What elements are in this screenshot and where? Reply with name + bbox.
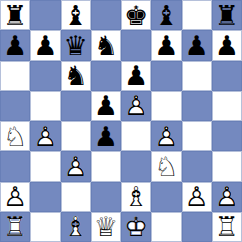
- square-g5[interactable]: [182, 91, 212, 121]
- piece-black-knight: ♞: [61, 61, 91, 91]
- square-b4[interactable]: ♟♙: [30, 121, 60, 151]
- square-c3[interactable]: ♟♙: [61, 151, 91, 181]
- square-h7[interactable]: ♟: [212, 30, 242, 60]
- black-pawn-glyph: ♟: [121, 61, 151, 91]
- square-c7[interactable]: ♛: [61, 30, 91, 60]
- square-c1[interactable]: ♝♗: [61, 212, 91, 242]
- white-rook-outline-glyph: ♖: [0, 212, 30, 242]
- square-a1[interactable]: ♜♖: [0, 212, 30, 242]
- piece-black-king: ♚: [121, 0, 151, 30]
- square-b3[interactable]: [30, 151, 60, 181]
- piece-black-pawn: ♟: [91, 91, 121, 121]
- square-f7[interactable]: ♟: [151, 30, 181, 60]
- square-d5[interactable]: ♟: [91, 91, 121, 121]
- piece-white-knight: ♞♘: [151, 151, 181, 181]
- square-f6[interactable]: [151, 61, 181, 91]
- square-a6[interactable]: [0, 61, 30, 91]
- white-pawn-outline-glyph: ♙: [61, 151, 91, 181]
- black-knight-glyph: ♞: [61, 61, 91, 91]
- black-queen-glyph: ♛: [61, 30, 91, 60]
- piece-white-knight: ♞♘: [0, 121, 30, 151]
- piece-white-bishop: ♝♗: [61, 212, 91, 242]
- piece-white-pawn: ♟♙: [30, 121, 60, 151]
- square-f5[interactable]: [151, 91, 181, 121]
- square-b8[interactable]: [30, 0, 60, 30]
- square-a8[interactable]: ♜: [0, 0, 30, 30]
- square-e4[interactable]: [121, 121, 151, 151]
- piece-black-pawn: ♟: [91, 121, 121, 151]
- piece-white-pawn: ♟♙: [182, 182, 212, 212]
- square-d7[interactable]: ♞: [91, 30, 121, 60]
- piece-white-rook: ♜♖: [0, 212, 30, 242]
- piece-black-pawn: ♟: [30, 30, 60, 60]
- piece-black-rook: ♜: [212, 0, 242, 30]
- piece-white-pawn: ♟♙: [0, 182, 30, 212]
- piece-white-pawn: ♟♙: [121, 91, 151, 121]
- square-a7[interactable]: ♟: [0, 30, 30, 60]
- square-h5[interactable]: [212, 91, 242, 121]
- piece-white-pawn: ♟♙: [151, 121, 181, 151]
- white-bishop-outline-glyph: ♗: [61, 212, 91, 242]
- square-c5[interactable]: [61, 91, 91, 121]
- square-e6[interactable]: ♟: [121, 61, 151, 91]
- square-d1[interactable]: ♛♕: [91, 212, 121, 242]
- square-h8[interactable]: ♜: [212, 0, 242, 30]
- square-d4[interactable]: ♟: [91, 121, 121, 151]
- square-g2[interactable]: ♟♙: [182, 182, 212, 212]
- square-g3[interactable]: [182, 151, 212, 181]
- black-pawn-glyph: ♟: [30, 30, 60, 60]
- white-rook-outline-glyph: ♖: [212, 212, 242, 242]
- piece-black-pawn: ♟: [182, 30, 212, 60]
- square-d6[interactable]: [91, 61, 121, 91]
- square-d3[interactable]: [91, 151, 121, 181]
- square-a3[interactable]: [0, 151, 30, 181]
- square-b1[interactable]: [30, 212, 60, 242]
- piece-white-bishop: ♝♗: [121, 182, 151, 212]
- square-d8[interactable]: [91, 0, 121, 30]
- white-queen-outline-glyph: ♕: [91, 212, 121, 242]
- square-e8[interactable]: ♚: [121, 0, 151, 30]
- square-f2[interactable]: [151, 182, 181, 212]
- black-pawn-glyph: ♟: [182, 30, 212, 60]
- white-bishop-outline-glyph: ♗: [121, 182, 151, 212]
- square-f3[interactable]: ♞♘: [151, 151, 181, 181]
- piece-white-pawn: ♟♙: [61, 151, 91, 181]
- black-rook-glyph: ♜: [0, 0, 30, 30]
- piece-black-pawn: ♟: [212, 30, 242, 60]
- square-h3[interactable]: [212, 151, 242, 181]
- piece-black-pawn: ♟: [151, 30, 181, 60]
- square-e1[interactable]: ♚♔: [121, 212, 151, 242]
- white-pawn-outline-glyph: ♙: [182, 182, 212, 212]
- square-e7[interactable]: [121, 30, 151, 60]
- square-c6[interactable]: ♞: [61, 61, 91, 91]
- square-g4[interactable]: [182, 121, 212, 151]
- square-f1[interactable]: [151, 212, 181, 242]
- square-b2[interactable]: [30, 182, 60, 212]
- black-pawn-glyph: ♟: [91, 91, 121, 121]
- piece-black-queen: ♛: [61, 30, 91, 60]
- piece-black-bishop: ♝: [151, 0, 181, 30]
- white-pawn-outline-glyph: ♙: [121, 91, 151, 121]
- piece-white-queen: ♛♕: [91, 212, 121, 242]
- square-g1[interactable]: [182, 212, 212, 242]
- chess-board-window: ♜♝♚♝♜♟♟♛♞♟♟♟♞♟♟♟♙♞♘♟♙♟♟♙♟♙♞♘♟♙♝♗♟♙♟♙♜♖♝♗…: [0, 0, 242, 242]
- square-h2[interactable]: ♟♙: [212, 182, 242, 212]
- square-g7[interactable]: ♟: [182, 30, 212, 60]
- black-pawn-glyph: ♟: [212, 30, 242, 60]
- white-king-outline-glyph: ♔: [121, 212, 151, 242]
- square-b5[interactable]: [30, 91, 60, 121]
- piece-black-pawn: ♟: [0, 30, 30, 60]
- square-a4[interactable]: ♞♘: [0, 121, 30, 151]
- piece-black-rook: ♜: [0, 0, 30, 30]
- square-c4[interactable]: [61, 121, 91, 151]
- piece-white-king: ♚♔: [121, 212, 151, 242]
- square-b7[interactable]: ♟: [30, 30, 60, 60]
- piece-white-rook: ♜♖: [212, 212, 242, 242]
- piece-black-knight: ♞: [91, 30, 121, 60]
- chess-board: ♜♝♚♝♜♟♟♛♞♟♟♟♞♟♟♟♙♞♘♟♙♟♟♙♟♙♞♘♟♙♝♗♟♙♟♙♜♖♝♗…: [0, 0, 242, 242]
- piece-black-bishop: ♝: [61, 0, 91, 30]
- black-pawn-glyph: ♟: [151, 30, 181, 60]
- square-a2[interactable]: ♟♙: [0, 182, 30, 212]
- white-knight-outline-glyph: ♘: [151, 151, 181, 181]
- black-pawn-glyph: ♟: [91, 121, 121, 151]
- square-b6[interactable]: [30, 61, 60, 91]
- square-f8[interactable]: ♝: [151, 0, 181, 30]
- square-e5[interactable]: ♟♙: [121, 91, 151, 121]
- white-pawn-outline-glyph: ♙: [212, 182, 242, 212]
- white-pawn-outline-glyph: ♙: [151, 121, 181, 151]
- black-pawn-glyph: ♟: [0, 30, 30, 60]
- square-g6[interactable]: [182, 61, 212, 91]
- black-bishop-glyph: ♝: [151, 0, 181, 30]
- piece-black-pawn: ♟: [121, 61, 151, 91]
- white-pawn-outline-glyph: ♙: [0, 182, 30, 212]
- piece-white-pawn: ♟♙: [212, 182, 242, 212]
- square-f4[interactable]: ♟♙: [151, 121, 181, 151]
- black-knight-glyph: ♞: [91, 30, 121, 60]
- white-pawn-outline-glyph: ♙: [30, 121, 60, 151]
- square-e3[interactable]: [121, 151, 151, 181]
- white-knight-outline-glyph: ♘: [0, 121, 30, 151]
- black-rook-glyph: ♜: [212, 0, 242, 30]
- black-king-glyph: ♚: [121, 0, 151, 30]
- square-c8[interactable]: ♝: [61, 0, 91, 30]
- square-a5[interactable]: [0, 91, 30, 121]
- square-d2[interactable]: [91, 182, 121, 212]
- square-g8[interactable]: [182, 0, 212, 30]
- square-c2[interactable]: [61, 182, 91, 212]
- square-h4[interactable]: [212, 121, 242, 151]
- black-bishop-glyph: ♝: [61, 0, 91, 30]
- square-e2[interactable]: ♝♗: [121, 182, 151, 212]
- square-h1[interactable]: ♜♖: [212, 212, 242, 242]
- square-h6[interactable]: [212, 61, 242, 91]
